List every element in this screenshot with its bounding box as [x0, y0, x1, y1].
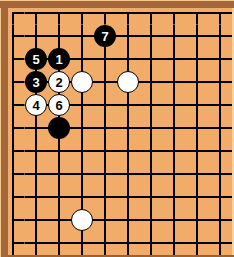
intersection-3-6: [48, 117, 71, 140]
intersection-3-4: 2: [48, 71, 71, 94]
intersection-5-3: [94, 48, 117, 71]
intersection-2-10: [25, 209, 48, 232]
intersection-5-5: [94, 94, 117, 117]
intersection-6-11: [117, 232, 140, 257]
intersection-2-2: [25, 25, 48, 48]
intersection-5-9: [94, 186, 117, 209]
intersection-9-10: [186, 209, 209, 232]
intersection-4-9: [71, 186, 94, 209]
intersection-6-6: [117, 117, 140, 140]
intersection-6-5: [117, 94, 140, 117]
intersection-3-5: 6: [48, 94, 71, 117]
go-board-grid: 7513246: [2, 2, 233, 257]
intersection-8-7: [163, 140, 186, 163]
intersection-5-8: [94, 163, 117, 186]
intersection-6-2: [117, 25, 140, 48]
intersection-4-2: [71, 25, 94, 48]
intersection-8-5: [163, 94, 186, 117]
white-stone: [117, 71, 139, 93]
intersection-6-7: [117, 140, 140, 163]
intersection-7-11: [140, 232, 163, 257]
intersection-3-7: [48, 140, 71, 163]
intersection-4-6: [71, 117, 94, 140]
move-number: 3: [32, 76, 39, 89]
intersection-8-6: [163, 117, 186, 140]
white-stone: [71, 71, 93, 93]
intersection-5-6: [94, 117, 117, 140]
intersection-4-4: [71, 71, 94, 94]
intersection-9-8: [186, 163, 209, 186]
intersection-6-3: [117, 48, 140, 71]
intersection-3-10: [48, 209, 71, 232]
intersection-4-11: [71, 232, 94, 257]
intersection-4-7: [71, 140, 94, 163]
intersection-3-11: [48, 232, 71, 257]
intersection-3-9: [48, 186, 71, 209]
move-number: 6: [55, 99, 62, 112]
white-stone-move-4: 4: [25, 94, 47, 116]
intersection-2-3: 5: [25, 48, 48, 71]
intersection-4-8: [71, 163, 94, 186]
intersection-7-10: [140, 209, 163, 232]
move-number: 5: [32, 53, 39, 66]
intersection-6-8: [117, 163, 140, 186]
intersection-2-8: [25, 163, 48, 186]
intersection-7-9: [140, 186, 163, 209]
move-number: 7: [101, 30, 108, 43]
intersection-4-5: [71, 94, 94, 117]
intersection-7-8: [140, 163, 163, 186]
intersection-9-4: [186, 71, 209, 94]
intersection-5-4: [94, 71, 117, 94]
intersection-6-4: [117, 71, 140, 94]
intersection-8-10: [163, 209, 186, 232]
black-stone-move-3: 3: [25, 71, 47, 93]
intersection-6-9: [117, 186, 140, 209]
intersection-10-11: [209, 232, 233, 257]
intersection-9-6: [186, 117, 209, 140]
white-stone-move-6: 6: [48, 94, 70, 116]
intersection-3-8: [48, 163, 71, 186]
intersection-4-3: [71, 48, 94, 71]
intersection-7-4: [140, 71, 163, 94]
intersection-9-9: [186, 186, 209, 209]
black-stone-move-1: 1: [48, 48, 70, 70]
intersection-10-9: [209, 186, 233, 209]
intersection-5-10: [94, 209, 117, 232]
board-edge-left: [0, 0, 8, 257]
board-edge-top: [0, 0, 234, 8]
intersection-5-11: [94, 232, 117, 257]
intersection-2-9: [25, 186, 48, 209]
intersection-2-11: [25, 232, 48, 257]
intersection-7-3: [140, 48, 163, 71]
intersection-8-9: [163, 186, 186, 209]
intersection-7-5: [140, 94, 163, 117]
intersection-9-5: [186, 94, 209, 117]
intersection-8-8: [163, 163, 186, 186]
intersection-5-7: [94, 140, 117, 163]
intersection-10-8: [209, 163, 233, 186]
intersection-2-7: [25, 140, 48, 163]
intersection-10-4: [209, 71, 233, 94]
go-corner-diagram: 7513246: [0, 0, 234, 257]
intersection-3-3: 1: [48, 48, 71, 71]
intersection-8-2: [163, 25, 186, 48]
intersection-5-2: 7: [94, 25, 117, 48]
intersection-9-7: [186, 140, 209, 163]
intersection-10-10: [209, 209, 233, 232]
move-number: 4: [32, 99, 39, 112]
board-cut-edge-right: [232, 0, 234, 257]
black-stone-move-7: 7: [94, 25, 116, 47]
intersection-2-6: [25, 117, 48, 140]
intersection-7-2: [140, 25, 163, 48]
intersection-8-3: [163, 48, 186, 71]
intersection-10-6: [209, 117, 233, 140]
white-stone-move-2: 2: [48, 71, 70, 93]
black-stone-move-5: 5: [25, 48, 47, 70]
intersection-3-2: [48, 25, 71, 48]
move-number: 1: [55, 53, 62, 66]
move-number: 2: [55, 76, 62, 89]
intersection-4-10: [71, 209, 94, 232]
intersection-2-5: 4: [25, 94, 48, 117]
intersection-2-4: 3: [25, 71, 48, 94]
white-stone: [71, 209, 93, 231]
intersection-8-11: [163, 232, 186, 257]
intersection-6-10: [117, 209, 140, 232]
intersection-9-2: [186, 25, 209, 48]
intersection-9-11: [186, 232, 209, 257]
black-stone: [48, 117, 70, 139]
intersection-10-7: [209, 140, 233, 163]
intersection-10-5: [209, 94, 233, 117]
intersection-9-3: [186, 48, 209, 71]
intersection-7-7: [140, 140, 163, 163]
intersection-8-4: [163, 71, 186, 94]
intersection-7-6: [140, 117, 163, 140]
intersection-10-3: [209, 48, 233, 71]
intersection-10-2: [209, 25, 233, 48]
